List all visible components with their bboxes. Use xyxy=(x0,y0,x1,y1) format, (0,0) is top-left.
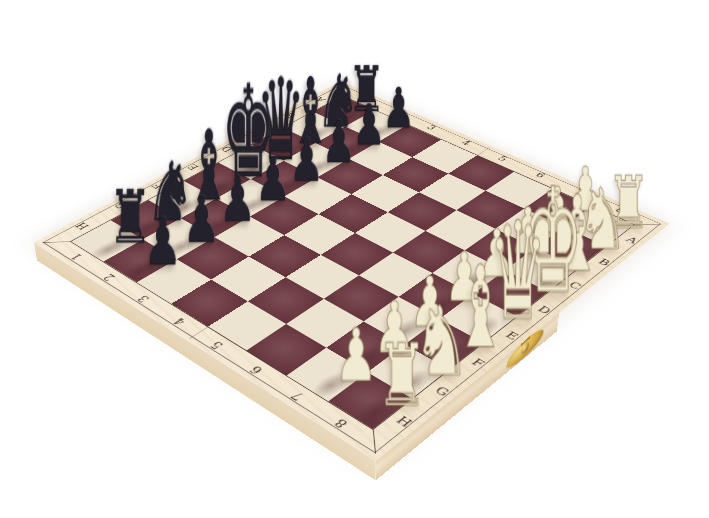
piece-black-pawn: ♟ xyxy=(182,188,219,252)
chess-box-3d: HGFEDCBA HGFEDCBA 12345678 12345678 ♜♞♝♚… xyxy=(34,81,670,461)
product-photo-stage: HGFEDCBA HGFEDCBA 12345678 12345678 ♜♞♝♚… xyxy=(0,0,709,518)
board-top-surface: HGFEDCBA HGFEDCBA 12345678 12345678 ♜♞♝♚… xyxy=(34,81,670,461)
piece-white-rook: ♜ xyxy=(376,333,427,419)
piece-black-pawn: ♟ xyxy=(321,113,355,171)
piece-black-pawn: ♟ xyxy=(255,149,291,210)
piece-white-pawn: ♟ xyxy=(334,318,377,391)
piece-black-pawn: ♟ xyxy=(220,168,256,230)
piece-black-pawn: ♟ xyxy=(289,130,324,189)
piece-black-pawn: ♟ xyxy=(143,209,181,274)
playing-area: ♜♞♝♚♛♝♞♜♟♟♟♟♟♟♟♟♟♟♟♟♟♟♟♟♜♞♝♛♚♝♞♜ xyxy=(70,95,635,430)
